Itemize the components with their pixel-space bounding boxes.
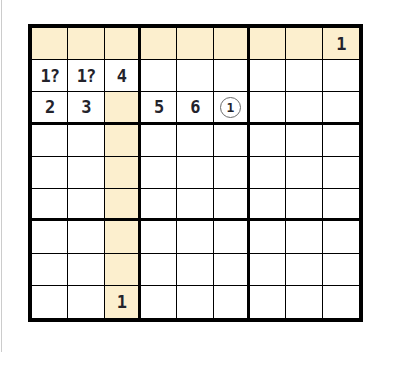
cell-r9c6[interactable] <box>214 286 250 318</box>
cell-r7c8[interactable] <box>286 221 322 253</box>
cell-r2c9[interactable] <box>323 60 359 92</box>
cell-r9c1[interactable] <box>32 286 68 318</box>
cell-r6c1[interactable] <box>32 189 68 221</box>
cell-r8c9[interactable] <box>323 254 359 286</box>
cell-r3c3[interactable] <box>105 92 141 124</box>
cell-r2c1[interactable]: 1? <box>32 60 68 92</box>
cell-r8c8[interactable] <box>286 254 322 286</box>
cell-r2c3[interactable]: 4 <box>105 60 141 92</box>
cell-r2c4[interactable] <box>141 60 177 92</box>
cell-r7c4[interactable] <box>141 221 177 253</box>
cell-r7c3[interactable] <box>105 221 141 253</box>
cell-r1c9[interactable]: 1 <box>323 28 359 60</box>
cell-r9c3[interactable]: 1 <box>105 286 141 318</box>
cell-r6c3[interactable] <box>105 189 141 221</box>
cell-r5c4[interactable] <box>141 157 177 189</box>
cell-r2c6[interactable] <box>214 60 250 92</box>
cell-r9c2[interactable] <box>68 286 104 318</box>
cell-r3c5[interactable]: 6 <box>177 92 213 124</box>
cell-r3c6[interactable]: 1 <box>214 92 250 124</box>
cell-r2c5[interactable] <box>177 60 213 92</box>
cell-r9c8[interactable] <box>286 286 322 318</box>
cell-r3c7[interactable] <box>250 92 286 124</box>
cell-r6c8[interactable] <box>286 189 322 221</box>
cell-r6c7[interactable] <box>250 189 286 221</box>
cell-r9c5[interactable] <box>177 286 213 318</box>
cell-r3c1[interactable]: 2 <box>32 92 68 124</box>
cell-r5c8[interactable] <box>286 157 322 189</box>
cell-r4c7[interactable] <box>250 125 286 157</box>
cell-r4c3[interactable] <box>105 125 141 157</box>
cell-r1c7[interactable] <box>250 28 286 60</box>
cell-r8c7[interactable] <box>250 254 286 286</box>
cell-r4c1[interactable] <box>32 125 68 157</box>
cell-r7c1[interactable] <box>32 221 68 253</box>
cell-r3c8[interactable] <box>286 92 322 124</box>
page: 11?1?4235611 <box>0 0 400 369</box>
cell-r6c4[interactable] <box>141 189 177 221</box>
cell-r4c5[interactable] <box>177 125 213 157</box>
cell-r6c5[interactable] <box>177 189 213 221</box>
cell-r6c9[interactable] <box>323 189 359 221</box>
cell-r3c9[interactable] <box>323 92 359 124</box>
circled-one: 1 <box>220 97 241 118</box>
cell-r2c8[interactable] <box>286 60 322 92</box>
cell-r4c4[interactable] <box>141 125 177 157</box>
page-edge-line <box>1 0 2 352</box>
cell-r9c4[interactable] <box>141 286 177 318</box>
cell-r1c6[interactable] <box>214 28 250 60</box>
cell-r1c3[interactable] <box>105 28 141 60</box>
cell-r7c2[interactable] <box>68 221 104 253</box>
cell-r6c6[interactable] <box>214 189 250 221</box>
cell-r3c4[interactable]: 5 <box>141 92 177 124</box>
cell-r8c5[interactable] <box>177 254 213 286</box>
cell-r5c9[interactable] <box>323 157 359 189</box>
cell-r8c3[interactable] <box>105 254 141 286</box>
cell-r4c2[interactable] <box>68 125 104 157</box>
cell-r5c1[interactable] <box>32 157 68 189</box>
cell-r8c6[interactable] <box>214 254 250 286</box>
cell-r4c9[interactable] <box>323 125 359 157</box>
cell-r9c9[interactable] <box>323 286 359 318</box>
cell-r5c3[interactable] <box>105 157 141 189</box>
cell-r7c9[interactable] <box>323 221 359 253</box>
cell-r7c7[interactable] <box>250 221 286 253</box>
cell-r2c7[interactable] <box>250 60 286 92</box>
cell-r7c5[interactable] <box>177 221 213 253</box>
cell-r5c6[interactable] <box>214 157 250 189</box>
cell-r1c1[interactable] <box>32 28 68 60</box>
cell-r4c8[interactable] <box>286 125 322 157</box>
cell-r8c1[interactable] <box>32 254 68 286</box>
cell-r5c5[interactable] <box>177 157 213 189</box>
cell-r1c2[interactable] <box>68 28 104 60</box>
cell-r6c2[interactable] <box>68 189 104 221</box>
cell-r5c2[interactable] <box>68 157 104 189</box>
cell-r2c2[interactable]: 1? <box>68 60 104 92</box>
cell-r7c6[interactable] <box>214 221 250 253</box>
cell-r8c2[interactable] <box>68 254 104 286</box>
cell-r9c7[interactable] <box>250 286 286 318</box>
cell-r4c6[interactable] <box>214 125 250 157</box>
cell-r8c4[interactable] <box>141 254 177 286</box>
cell-r1c5[interactable] <box>177 28 213 60</box>
cell-r1c4[interactable] <box>141 28 177 60</box>
cell-r3c2[interactable]: 3 <box>68 92 104 124</box>
cell-r5c7[interactable] <box>250 157 286 189</box>
cell-r1c8[interactable] <box>286 28 322 60</box>
puzzle-board: 11?1?4235611 <box>28 24 363 322</box>
